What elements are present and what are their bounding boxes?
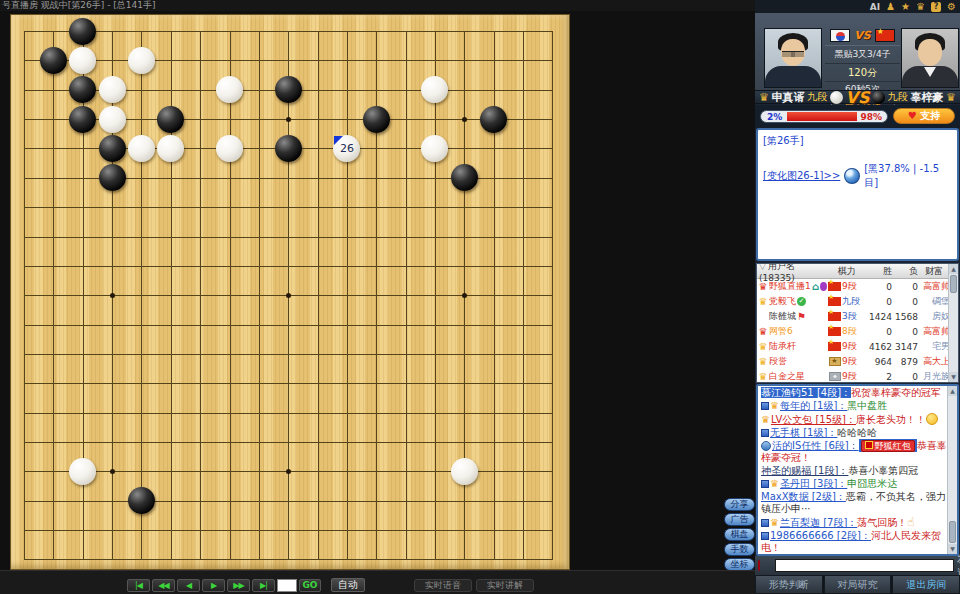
scroll-up-icon[interactable]: ▲ [948,386,957,396]
side-button-广告[interactable]: 广告 [724,513,755,526]
white-stone [128,47,155,74]
chat-user-link[interactable]: 每年的 [1级]： [780,400,847,411]
playback-nav-button[interactable]: ▶▶ [227,579,250,592]
white-stone [421,135,448,162]
chat-scrollbar[interactable]: ▲ ▼ [947,386,957,554]
bottom-tab-对局研究[interactable]: 对局研究 [824,575,892,594]
trophy-icon[interactable]: ♛ [916,2,925,12]
wins-cell: 2 [866,372,892,382]
flag-cell: ★ [827,357,842,366]
globe-icon [761,441,771,451]
star-point [110,469,115,474]
wealth-cell: 高富帅 [918,280,952,293]
side-button-分享[interactable]: 分享 [724,498,755,511]
star-point [462,293,467,298]
black-stone [99,135,126,162]
user-table-scrollbar[interactable]: ▲ ▼ [948,264,958,382]
chat-message: 无手棋 [1级]：哈哈哈哈 [761,427,949,439]
losses-cell: 879 [892,357,918,367]
user-table: ▽用户名 (18335) 棋力 胜 负 财富 ♛野狐直播1⌂9段00高富帅♛党毅… [756,263,959,383]
wins-cell: 964 [866,357,892,367]
blue-square-icon [761,532,769,540]
chat-text: 黑中盘胜 [847,400,887,411]
chat-user-link[interactable]: MaxX数据 [2级]： [761,491,846,502]
table-row[interactable]: ♛白金之星9段20月光族 [757,369,958,383]
chat-user-link[interactable]: 慕江渔钓51 [4段]： [761,387,851,398]
username-cell: 野狐直播1⌂ [769,280,827,293]
vs-label: VS [846,88,870,107]
go-button[interactable]: GO [299,579,321,592]
crown-icon: ♛ [770,400,779,411]
rank-cell: 3段 [842,310,866,323]
rank-cell: 8段 [842,325,866,338]
flag-cell [827,297,842,306]
rank-cell: 9段 [842,355,866,368]
wealth-cell: 碉堡 [918,295,952,308]
blue-square-icon [761,429,769,437]
black-stone [69,76,96,103]
username-cell: 陈雒城⚑ [769,310,827,323]
username: 网管6 [769,325,793,338]
red-packet-chip[interactable]: 野狐红包 [861,440,915,452]
china-flag-icon [828,312,841,321]
chat-message: ♛LV公文包 [15级]：唐长老头功！！ [761,413,949,426]
panel-bottom-tabs: 形势判断对局研究退出房间 [755,575,960,594]
table-row[interactable]: ♛党毅飞✓九段00碉堡 [757,294,958,309]
flag-cell [827,282,842,291]
black-stone [40,47,67,74]
blue-square-icon [761,519,769,527]
china-flag-icon [875,29,895,42]
playback-nav-button[interactable]: |◀ [127,579,150,592]
grid-line [24,559,553,560]
username: 野狐直播1 [769,280,811,293]
star-point [110,293,115,298]
black-stone [275,135,302,162]
rank-cell: 9段 [842,370,866,383]
black-stone [157,106,184,133]
black-stone [451,164,478,191]
playback-nav-button[interactable]: ◀◀ [152,579,175,592]
flag-cell [827,312,842,321]
losses-cell: 0 [892,282,918,292]
location-pin-icon: ⚑ [797,312,806,321]
player-panel: VS 黑贴3又3/4子 120分 60秒5次 历史战绩 [755,13,960,90]
crown-icon: ♛ [761,414,770,425]
crown-icon: ♛ [759,296,768,307]
china-flag-icon [828,342,841,351]
left-player-name: 申真谞 [772,90,805,105]
right-win-percent: 98% [860,112,882,122]
header-losses: 负 [892,265,918,278]
row-crown-cell: ♛ [757,371,769,382]
grid-line [318,31,319,560]
grid-line [435,31,436,560]
chat-message: 神圣的赐福 [1段]：恭喜小辜第四冠 [761,465,949,477]
left-win-percent: 2% [767,112,782,122]
grid-line [24,501,553,502]
chat-message: ♛圣丹田 [3段]：申囧思米达 [761,478,949,490]
bottom-tab-退出房间[interactable]: 退出房间 [892,575,960,594]
help-icon[interactable]: ? [931,2,941,12]
gold-badge-icon: ★ [829,357,841,366]
laughing-emoji [926,413,938,425]
star-point [286,117,291,122]
house-icon: ⌂ [812,282,819,291]
playback-nav-button[interactable]: ▶ [202,579,225,592]
losses-cell: 0 [892,372,918,382]
side-button-手数[interactable]: 手数 [724,543,755,556]
crown-icon: ♛ [759,341,768,352]
flag-cell [827,342,842,351]
ai-app-icon [844,168,860,184]
scroll-down-icon[interactable]: ▼ [949,372,958,382]
chat-user-link[interactable]: LV公文包 [15级]： [771,414,856,425]
chat-user-link[interactable]: 兰百梨迦 [7段]： [780,517,857,528]
chat-message: 1986666666 [2段]：河北人民发来贺电！ [761,530,949,554]
white-stone [216,135,243,162]
chat-text: 荡气回肠！ [857,517,907,528]
user-rows: ♛野狐直播1⌂9段00高富帅♛党毅飞✓九段00碉堡陈雒城⚑3段14241568房… [757,279,958,383]
wins-cell: 4162 [866,342,892,352]
chat-text: 唐长老头功！！ [856,414,926,425]
right-panel: AI ♟ ★ ♛ ? ⚙ VS [755,0,960,594]
verified-check-icon: ✓ [797,297,806,306]
chat-message: 活的IS任性 [6段]：野狐红包恭喜辜梓豪夺冠！ [761,440,949,464]
wins-cell: 0 [866,297,892,307]
glasses [782,51,804,57]
user-table-header: ▽用户名 (18335) 棋力 胜 负 财富 [757,264,958,279]
wealth-cell: 月光族 [918,370,952,383]
playback-nav-button[interactable]: ▶| [252,579,275,592]
face [918,39,942,66]
username-cell: 段誉 [769,355,827,368]
live-commentary-button[interactable]: 实时讲解 [476,579,534,592]
wins-cell: 0 [866,327,892,337]
wins-cell: 0 [866,282,892,292]
white-stone [421,76,448,103]
shirt [924,67,936,77]
purple-badge-icon [820,282,827,291]
username: 党毅飞 [769,295,796,308]
wins-cell: 1424 [866,312,892,322]
losses-cell: 3147 [892,342,918,352]
row-crown-cell: ♛ [757,326,769,337]
playback-nav-button[interactable]: ◀ [177,579,200,592]
flags-row: VS [830,29,894,42]
row-crown-cell: ♛ [757,341,769,352]
chat-user-link[interactable]: 活的IS任性 [6段]： [772,440,859,451]
chat-message: ♛兰百梨迦 [7段]：荡气回肠！☝ [761,516,949,529]
grid-line [24,442,553,443]
row-crown-cell: ♛ [757,281,769,292]
username-cell: 白金之星 [769,370,827,383]
header-wealth: 财富 [918,265,950,278]
side-button-棋盘[interactable]: 棋盘 [724,528,755,541]
scroll-thumb[interactable] [950,275,957,293]
torso [765,66,821,88]
left-player-photo [764,28,822,88]
evaluation-label: [黑37.8% | -1.5目] [864,162,952,190]
losses-cell: 1568 [892,312,918,322]
grid-line [24,530,553,531]
chat-input[interactable] [775,559,954,572]
flag-cell [827,327,842,336]
black-stone [69,106,96,133]
chat-user-link[interactable]: 无手棋 [1级]： [770,427,837,438]
right-crown-icon: ♛ [946,92,956,103]
table-row[interactable]: ♛陆承杆9段41623147宅男 [757,339,958,354]
china-flag-icon [828,327,841,336]
username: 陆承杆 [769,340,796,353]
crown-icon: ♛ [770,478,779,489]
grid-line [552,31,553,560]
go-board[interactable]: 26 [10,14,570,570]
main-time: 120分 [825,66,900,82]
crown-icon: ♛ [770,517,779,528]
win-rate-row: 2% 98% ♥ 支持 [755,105,960,128]
black-stone [480,106,507,133]
variation-link[interactable]: [变化图26-1]>> [763,169,840,183]
crown-icon: ♛ [759,281,768,292]
user-icon[interactable]: ♟ [886,2,895,12]
black-stone [99,164,126,191]
scroll-thumb[interactable] [949,521,956,543]
white-stone [69,458,96,485]
win-rate-fill [787,112,857,121]
move-number-input[interactable] [277,579,297,592]
filter-icon[interactable]: ▽ [759,263,766,271]
white-stone-icon [830,91,843,104]
star-icon[interactable]: ★ [901,2,910,12]
table-row[interactable]: 陈雒城⚑3段14241568房奴 [757,309,958,324]
blue-square-icon [761,402,769,410]
grid-line [347,31,348,560]
live-voice-button[interactable]: 实时语音 [414,579,472,592]
header-strength: 棋力 [827,265,866,278]
white-stone [99,76,126,103]
black-stone [275,76,302,103]
grid-line [24,413,553,414]
losses-cell: 0 [892,297,918,307]
chat-text: 恭喜小辜第四冠 [848,465,918,476]
auto-play-button[interactable]: 自动 [331,578,365,592]
chat-log: 慕江渔钓51 [4段]：祝贺辜梓豪夺的冠军♛每年的 [1级]：黑中盘胜♛LV公文… [761,387,949,556]
table-row[interactable]: ♛野狐直播1⌂9段00高富帅 [757,279,958,294]
white-stone [451,458,478,485]
wealth-cell: 宅男 [918,340,952,353]
gear-icon[interactable]: ⚙ [947,2,956,12]
white-stone [216,76,243,103]
bottom-tab-形势判断[interactable]: 形势判断 [755,575,823,594]
username: 白金之星 [769,370,805,383]
chat-user-link[interactable]: 1986666666 [2段]： [770,530,871,541]
losses-cell: 0 [892,327,918,337]
white-stone [128,135,155,162]
chat-message: MaxX数据 [2级]：恶霸，不负其名，强力镇压小申··· [761,491,949,515]
win-rate-bar: 2% 98% [760,110,888,123]
white-stone [99,106,126,133]
wealth-cell: 高富帅 [918,325,952,338]
flag-cell [827,372,842,381]
korea-flag-icon [830,29,850,42]
grid-line [406,31,407,560]
playback-bar: |◀◀◀◀▶▶▶▶|GO自动 实时语音 实时讲解 [0,570,755,594]
right-player-rank: 九段 [888,90,908,104]
star-point [462,117,467,122]
vs-label-small: VS [854,29,870,42]
blue-square-icon [761,480,769,488]
ai-label: AI [870,2,880,12]
chat-user-link[interactable]: 圣丹田 [3段]： [780,478,847,489]
left-crown-icon: ♛ [759,92,769,103]
chat-message: 慕江渔钓51 [4段]：祝贺辜梓豪夺的冠军 [761,387,949,399]
header-wins: 胜 [866,265,892,278]
username-cell: 网管6 [769,325,827,338]
white-stone [157,135,184,162]
app-window: 号直播房 观战中[第26手] - [总141手] 26 分享广告棋盘手数坐标 |… [0,0,960,594]
left-player-rank: 九段 [807,90,827,104]
crown-icon: ♛ [759,326,768,337]
camera-icon [829,372,841,381]
star-point [286,293,291,298]
red-packet-chip-wrap: 野狐红包 [859,439,917,452]
player-names-row: ♛ 申真谞 九段 VS 九段 辜梓豪 ♛ [755,90,960,104]
table-row[interactable]: ♛网管68段00高富帅 [757,324,958,339]
move-info-box: [第26手] [变化图26-1]>> [黑37.8% | -1.5目] [756,128,959,261]
row-crown-cell: ♛ [757,356,769,367]
chat-text: 申囧思米达 [847,478,897,489]
crown-icon: ♛ [759,356,768,367]
china-flag-icon [828,282,841,291]
chat-user-link[interactable]: 神圣的赐福 [1段]： [761,465,848,476]
current-move-label: [第26手] [763,134,952,148]
crown-icon: ♛ [759,371,768,382]
grid-line [24,383,553,384]
username-cell: 党毅飞✓ [769,295,827,308]
table-row[interactable]: ♛段誉★9段964879高大上 [757,354,958,369]
right-player-name: 辜梓豪 [910,90,943,105]
chat-text: 哈哈哈哈 [837,427,877,438]
white-stone [69,47,96,74]
right-player-photo [901,28,959,88]
black-stone [363,106,390,133]
wealth-cell: 房奴 [918,310,952,323]
username: 段誉 [769,355,787,368]
white-stone: 26 [333,135,360,162]
chat-text: 祝贺辜梓豪夺的冠军 [851,387,941,398]
black-stone [128,487,155,514]
support-button[interactable]: ♥ 支持 [893,108,955,124]
playback-controls: |◀◀◀◀▶▶▶▶|GO自动 [127,578,365,592]
wealth-cell: 高大上 [918,355,952,368]
grid-line [24,354,553,355]
scroll-up-icon[interactable]: ▲ [949,264,958,274]
rank-cell: 九段 [842,295,866,308]
thumbs-up-icon: ☝ [907,515,914,529]
heart-icon: ♥ [908,110,917,121]
chat-input-row: 发送 ↑ [755,556,960,575]
panel-icon-strip: AI ♟ ★ ♛ ? ⚙ [755,0,960,13]
chat-box: 慕江渔钓51 [4段]：祝贺辜梓豪夺的冠军♛每年的 [1级]：黑中盘胜♛LV公文… [756,384,959,556]
komi-rule: 黑贴3又3/4子 [825,45,900,64]
scroll-down-icon[interactable]: ▼ [948,544,957,554]
star-point [286,469,291,474]
variation-row: [变化图26-1]>> [黑37.8% | -1.5目] [763,162,952,190]
grid-line [24,325,553,326]
chat-message: ♛每年的 [1级]：黑中盘胜 [761,400,949,412]
grid-line [523,31,524,560]
username-cell: 陆承杆 [769,340,827,353]
china-flag-icon [828,297,841,306]
rank-cell: 9段 [842,280,866,293]
username: 陈雒城 [769,310,796,323]
move-number: 26 [333,135,360,162]
rank-cell: 9段 [842,340,866,353]
red-packet-icon[interactable] [758,560,760,571]
row-crown-cell: ♛ [757,296,769,307]
black-stone-icon [872,91,885,104]
black-stone [69,18,96,45]
